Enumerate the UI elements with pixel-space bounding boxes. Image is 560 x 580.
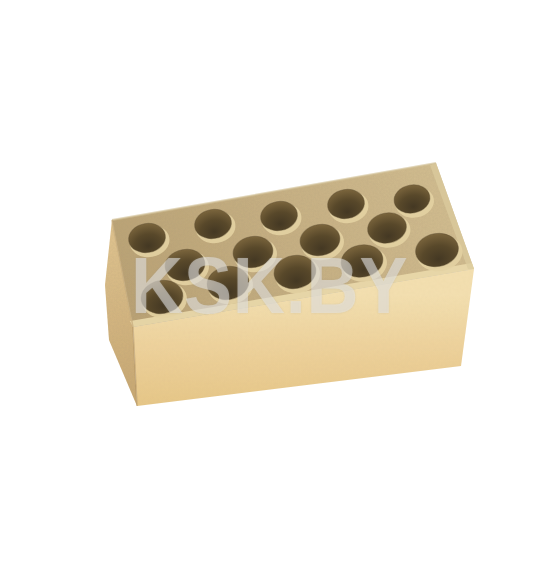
brick-illustration <box>0 0 560 580</box>
product-photo: KSK.BY <box>0 0 560 580</box>
